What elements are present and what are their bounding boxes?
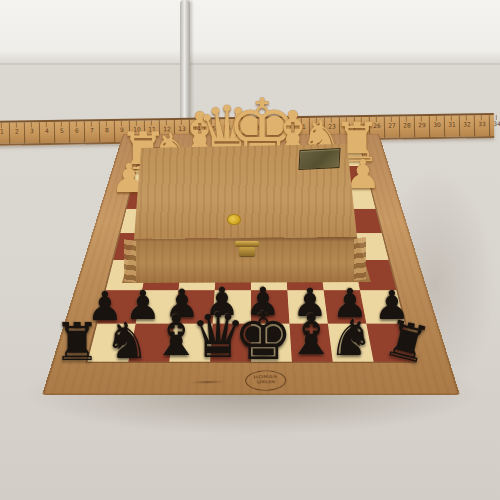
square: [148, 233, 186, 260]
square: [251, 186, 282, 208]
square: [281, 186, 314, 208]
square: [218, 209, 251, 233]
white-pawn[interactable]: ♟: [343, 154, 383, 194]
square: [349, 233, 389, 260]
black-rook[interactable]: ♜: [51, 316, 103, 368]
square: [310, 186, 344, 208]
square: [284, 233, 320, 260]
square: [282, 209, 316, 233]
square: [251, 209, 284, 233]
square: [113, 233, 153, 260]
square: [217, 233, 251, 260]
square: [158, 186, 192, 208]
chess-board: HOMAS SPELEN: [0, 0, 500, 500]
black-knight[interactable]: ♞: [102, 316, 152, 366]
square: [344, 209, 381, 233]
photo-scene: 1234567891011121314151617181920212223242…: [0, 0, 500, 500]
white-pawn[interactable]: ♟: [109, 158, 149, 198]
square: [189, 186, 222, 208]
square: [186, 209, 220, 233]
square: [251, 233, 285, 260]
pencil-mark: [191, 381, 224, 384]
maker-stamp-line2: SPELEN: [246, 379, 285, 384]
square: [182, 233, 218, 260]
square: [120, 209, 157, 233]
square: [220, 186, 251, 208]
square: [316, 233, 354, 260]
square: [153, 209, 189, 233]
square: [313, 209, 349, 233]
black-knight[interactable]: ♞: [326, 313, 376, 363]
